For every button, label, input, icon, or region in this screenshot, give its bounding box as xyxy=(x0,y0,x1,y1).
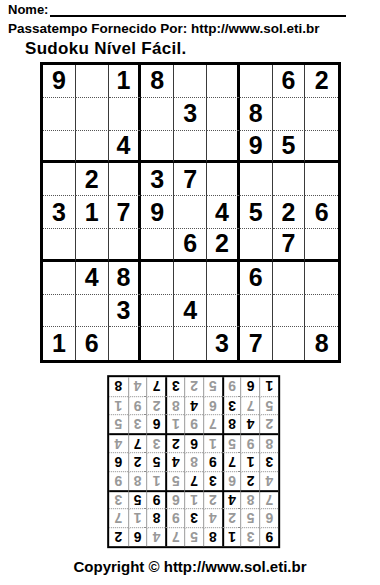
puzzle-cell-r8c5: 4 xyxy=(174,295,207,328)
puzzle-cell-r2c4 xyxy=(141,98,174,131)
solution-cell-r8c7: 2 xyxy=(147,396,166,415)
solution-cell-r2c9: 7 xyxy=(109,509,128,528)
solution-cell-r1c8: 6 xyxy=(128,527,147,546)
puzzle-cell-r1c1: 9 xyxy=(43,65,76,98)
solution-cell-r9c7: 7 xyxy=(147,377,166,396)
solution-cell-r5c2: 1 xyxy=(241,452,260,471)
puzzle-cell-r1c3: 1 xyxy=(109,65,142,98)
puzzle-cell-r7c1 xyxy=(43,262,76,295)
solution-cell-r6c4: 1 xyxy=(203,433,222,452)
puzzle-cell-r4c6 xyxy=(207,163,240,196)
puzzle-cell-r4c5: 7 xyxy=(174,163,207,196)
solution-cell-r1c9: 2 xyxy=(109,527,128,546)
puzzle-cell-r1c8: 6 xyxy=(273,65,306,98)
puzzle-cell-r6c2 xyxy=(76,229,109,262)
puzzle-cell-r9c7: 7 xyxy=(240,327,273,360)
puzzle-cell-r7c8 xyxy=(273,262,306,295)
puzzle-cell-r3c2 xyxy=(76,131,109,164)
copyright-text: Copyright © http://www.sol.eti.br xyxy=(0,558,380,575)
puzzle-cell-r1c5 xyxy=(174,65,207,98)
puzzle-cell-r4c4: 3 xyxy=(141,163,174,196)
solution-cell-r7c7: 6 xyxy=(147,415,166,434)
solution-cell-r3c7: 9 xyxy=(147,490,166,509)
provided-by-text: Passatempo Fornecido Por: http://www.sol… xyxy=(8,21,320,36)
puzzle-cell-r7c7: 6 xyxy=(240,262,273,295)
puzzle-cell-r1c6 xyxy=(207,65,240,98)
puzzle-cell-r6c4 xyxy=(141,229,174,262)
solution-cell-r6c8: 7 xyxy=(128,433,147,452)
puzzle-cell-r5c8: 2 xyxy=(273,196,306,229)
name-label: Nome: xyxy=(8,2,48,17)
puzzle-cell-r4c3 xyxy=(109,163,142,196)
name-line: Nome: xyxy=(8,2,346,17)
solution-cell-r2c3: 2 xyxy=(222,509,241,528)
puzzle-cell-r2c3 xyxy=(109,98,142,131)
solution-cell-r2c4: 4 xyxy=(203,509,222,528)
solution-cell-r4c9: 9 xyxy=(109,471,128,490)
solution-cell-r8c2: 7 xyxy=(241,396,260,415)
puzzle-cell-r1c7 xyxy=(240,65,273,98)
puzzle-cell-r6c9 xyxy=(305,229,338,262)
solution-cell-r6c1: 8 xyxy=(259,433,278,452)
puzzle-cell-r5c6: 4 xyxy=(207,196,240,229)
solution-cell-r9c3: 9 xyxy=(222,377,241,396)
solution-cell-r3c5: 1 xyxy=(184,490,203,509)
worksheet-page: Nome: Passatempo Fornecido Por: http://w… xyxy=(0,0,380,585)
puzzle-cell-r3c3: 4 xyxy=(109,131,142,164)
solution-cell-r5c8: 2 xyxy=(128,452,147,471)
solution-cell-r7c6: 1 xyxy=(165,415,184,434)
puzzle-cell-r7c9 xyxy=(305,262,338,295)
puzzle-cell-r1c4: 8 xyxy=(141,65,174,98)
solution-cell-r8c9: 1 xyxy=(109,396,128,415)
puzzle-cell-r8c7 xyxy=(240,295,273,328)
solution-cell-r4c5: 7 xyxy=(184,471,203,490)
solution-cell-r4c2: 2 xyxy=(241,471,260,490)
solution-cell-r9c1: 1 xyxy=(259,377,278,396)
puzzle-cell-r9c3 xyxy=(109,327,142,360)
puzzle-cell-r9c6: 3 xyxy=(207,327,240,360)
puzzle-cell-r1c2 xyxy=(76,65,109,98)
solution-cell-r5c6: 4 xyxy=(165,452,184,471)
puzzle-cell-r2c7: 8 xyxy=(240,98,273,131)
solution-cell-r4c8: 8 xyxy=(128,471,147,490)
puzzle-cell-r6c3 xyxy=(109,229,142,262)
solution-cell-r7c5: 9 xyxy=(184,415,203,434)
solution-cell-r9c8: 4 xyxy=(128,377,147,396)
puzzle-cell-r8c3: 3 xyxy=(109,295,142,328)
puzzle-cell-r3c7: 9 xyxy=(240,131,273,164)
solution-cell-r3c3: 4 xyxy=(222,490,241,509)
solution-cell-r8c4: 6 xyxy=(203,396,222,415)
puzzle-cell-r2c2 xyxy=(76,98,109,131)
puzzle-cell-r9c4 xyxy=(141,327,174,360)
puzzle-cell-r6c1 xyxy=(43,229,76,262)
puzzle-cell-r2c6 xyxy=(207,98,240,131)
solution-cell-r6c5: 6 xyxy=(184,433,203,452)
solution-cell-r1c1: 9 xyxy=(259,527,278,546)
solution-cell-r4c7: 1 xyxy=(147,471,166,490)
solution-cell-r2c2: 5 xyxy=(241,509,260,528)
puzzle-cell-r2c8 xyxy=(273,98,306,131)
solution-cell-r3c9: 3 xyxy=(109,490,128,509)
puzzle-cell-r8c4 xyxy=(141,295,174,328)
puzzle-cell-r9c9: 8 xyxy=(305,327,338,360)
solution-cell-r7c1: 2 xyxy=(259,415,278,434)
puzzle-cell-r4c1 xyxy=(43,163,76,196)
puzzle-cell-r9c2: 6 xyxy=(76,327,109,360)
solution-cell-r3c6: 6 xyxy=(165,490,184,509)
solution-cell-r1c2: 3 xyxy=(241,527,260,546)
page-title: Sudoku Nível Fácil. xyxy=(25,39,187,59)
puzzle-cell-r5c5 xyxy=(174,196,207,229)
solution-cell-r9c9: 8 xyxy=(109,377,128,396)
puzzle-cell-r2c1 xyxy=(43,98,76,131)
puzzle-cell-r5c1: 3 xyxy=(43,196,76,229)
puzzle-cell-r2c9 xyxy=(305,98,338,131)
solution-cell-r5c4: 9 xyxy=(203,452,222,471)
solution-cell-r9c5: 2 xyxy=(184,377,203,396)
solution-cell-r1c4: 8 xyxy=(203,527,222,546)
puzzle-cell-r1c9: 2 xyxy=(305,65,338,98)
solution-cell-r3c4: 2 xyxy=(203,490,222,509)
puzzle-cell-r4c8 xyxy=(273,163,306,196)
solution-cell-r4c3: 6 xyxy=(222,471,241,490)
solution-cell-r6c2: 9 xyxy=(241,433,260,452)
solution-cell-r9c2: 6 xyxy=(241,377,260,396)
solution-cell-r7c2: 4 xyxy=(241,415,260,434)
solution-cell-r2c5: 3 xyxy=(184,509,203,528)
solution-cell-r2c6: 9 xyxy=(165,509,184,528)
puzzle-cell-r5c2: 1 xyxy=(76,196,109,229)
puzzle-cell-r8c9 xyxy=(305,295,338,328)
puzzle-cell-r3c4 xyxy=(141,131,174,164)
solution-cell-r9c4: 5 xyxy=(203,377,222,396)
puzzle-cell-r7c4 xyxy=(141,262,174,295)
solution-cell-r5c9: 6 xyxy=(109,452,128,471)
solution-cell-r8c8: 9 xyxy=(128,396,147,415)
puzzle-cell-r3c5 xyxy=(174,131,207,164)
solution-cell-r6c3: 5 xyxy=(222,433,241,452)
puzzle-cell-r6c7 xyxy=(240,229,273,262)
solution-cell-r7c9: 5 xyxy=(109,415,128,434)
puzzle-cell-r4c2: 2 xyxy=(76,163,109,196)
solution-cell-r4c4: 3 xyxy=(203,471,222,490)
puzzle-cell-r7c6 xyxy=(207,262,240,295)
solution-cell-r5c3: 7 xyxy=(222,452,241,471)
solution-cell-r6c9: 4 xyxy=(109,433,128,452)
solution-cell-r8c5: 4 xyxy=(184,396,203,415)
puzzle-cell-r9c8 xyxy=(273,327,306,360)
puzzle-cell-r7c5 xyxy=(174,262,207,295)
solution-cell-r3c2: 8 xyxy=(241,490,260,509)
puzzle-cell-r3c1 xyxy=(43,131,76,164)
puzzle-cell-r8c8 xyxy=(273,295,306,328)
puzzle-cell-r8c6 xyxy=(207,295,240,328)
puzzle-cell-r7c2: 4 xyxy=(76,262,109,295)
solution-cell-r8c1: 5 xyxy=(259,396,278,415)
solution-cell-r1c6: 7 xyxy=(165,527,184,546)
puzzle-cell-r8c1 xyxy=(43,295,76,328)
puzzle-cell-r3c8: 5 xyxy=(273,131,306,164)
puzzle-cell-r6c6: 2 xyxy=(207,229,240,262)
puzzle-cell-r3c9 xyxy=(305,131,338,164)
puzzle-cell-r6c8: 7 xyxy=(273,229,306,262)
puzzle-cell-r5c4: 9 xyxy=(141,196,174,229)
solution-cell-r2c8: 1 xyxy=(128,509,147,528)
puzzle-cell-r4c9 xyxy=(305,163,338,196)
puzzle-cell-r5c3: 7 xyxy=(109,196,142,229)
solution-cell-r6c6: 2 xyxy=(165,433,184,452)
solution-cell-r4c6: 5 xyxy=(165,471,184,490)
sudoku-solution-grid-rotated: 9318574626524398177842169534263751893179… xyxy=(107,375,280,548)
solution-cell-r8c3: 3 xyxy=(222,396,241,415)
solution-cell-r7c3: 8 xyxy=(222,415,241,434)
solution-cell-r1c3: 1 xyxy=(222,527,241,546)
solution-cell-r7c4: 7 xyxy=(203,415,222,434)
puzzle-cell-r2c5: 3 xyxy=(174,98,207,131)
solution-cell-r3c1: 7 xyxy=(259,490,278,509)
solution-cell-r9c6: 3 xyxy=(165,377,184,396)
solution-cell-r7c8: 3 xyxy=(128,415,147,434)
solution-cell-r8c6: 8 xyxy=(165,396,184,415)
puzzle-cell-r9c5 xyxy=(174,327,207,360)
sudoku-puzzle-grid: 9186238495237317945266274863416378 xyxy=(40,62,341,363)
solution-cell-r1c5: 5 xyxy=(184,527,203,546)
solution-cell-r6c7: 3 xyxy=(147,433,166,452)
solution-cell-r5c5: 8 xyxy=(184,452,203,471)
puzzle-cell-r4c7 xyxy=(240,163,273,196)
puzzle-cell-r5c7: 5 xyxy=(240,196,273,229)
solution-cell-r3c8: 5 xyxy=(128,490,147,509)
solution-cell-r2c7: 8 xyxy=(147,509,166,528)
solution-cell-r1c7: 4 xyxy=(147,527,166,546)
puzzle-cell-r5c9: 6 xyxy=(305,196,338,229)
name-blank-underline xyxy=(50,2,346,17)
puzzle-cell-r8c2 xyxy=(76,295,109,328)
solution-cell-r2c1: 6 xyxy=(259,509,278,528)
solution-cell-r5c1: 3 xyxy=(259,452,278,471)
solution-cell-r5c7: 5 xyxy=(147,452,166,471)
puzzle-cell-r3c6 xyxy=(207,131,240,164)
puzzle-cell-r9c1: 1 xyxy=(43,327,76,360)
solution-cell-r4c1: 4 xyxy=(259,471,278,490)
puzzle-cell-r7c3: 8 xyxy=(109,262,142,295)
puzzle-cell-r6c5: 6 xyxy=(174,229,207,262)
